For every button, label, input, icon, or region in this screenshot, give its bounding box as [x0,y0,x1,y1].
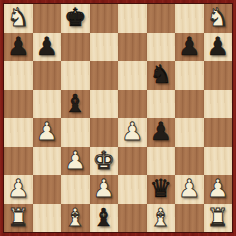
piece-white-king[interactable]: ♚ [93,147,115,176]
square-h1[interactable]: ♜ [204,204,233,233]
square-h2[interactable]: ♟ [204,175,233,204]
square-e4[interactable]: ♟ [118,118,147,147]
square-e1[interactable] [118,204,147,233]
piece-black-bishop[interactable]: ♝ [64,90,86,119]
piece-black-pawn[interactable]: ♟ [150,118,172,147]
piece-white-pawn[interactable]: ♟ [93,175,115,204]
square-f4[interactable]: ♟ [147,118,176,147]
square-c5[interactable]: ♝ [61,90,90,119]
square-a6[interactable] [4,61,33,90]
piece-white-pawn[interactable]: ♟ [121,118,143,147]
square-f8[interactable] [147,4,176,33]
square-g4[interactable] [175,118,204,147]
square-c8[interactable]: ♚ [61,4,90,33]
square-h5[interactable] [204,90,233,119]
square-a8[interactable]: ♞ [4,4,33,33]
square-c4[interactable] [61,118,90,147]
piece-white-rook[interactable]: ♜ [207,204,229,233]
piece-black-pawn[interactable]: ♟ [207,33,229,62]
square-c1[interactable]: ♝ [61,204,90,233]
piece-white-pawn[interactable]: ♟ [207,175,229,204]
piece-black-king[interactable]: ♚ [64,4,86,33]
square-b8[interactable] [33,4,62,33]
square-e3[interactable] [118,147,147,176]
square-h8[interactable]: ♞ [204,4,233,33]
square-f3[interactable] [147,147,176,176]
square-b4[interactable]: ♟ [33,118,62,147]
square-e5[interactable] [118,90,147,119]
square-f1[interactable]: ♝ [147,204,176,233]
chess-board: ♞♚♞♟♟♟♟♞♝♟♟♟♟♚♟♟♛♟♟♜♝♝♝♜ [4,4,232,232]
square-b1[interactable] [33,204,62,233]
piece-black-pawn[interactable]: ♟ [7,33,29,62]
square-d8[interactable] [90,4,119,33]
square-f5[interactable] [147,90,176,119]
square-d1[interactable]: ♝ [90,204,119,233]
piece-white-knight[interactable]: ♞ [207,4,229,33]
square-g5[interactable] [175,90,204,119]
square-e7[interactable] [118,33,147,62]
piece-white-bishop[interactable]: ♝ [150,204,172,233]
piece-white-pawn[interactable]: ♟ [178,175,200,204]
square-a4[interactable] [4,118,33,147]
square-d7[interactable] [90,33,119,62]
piece-black-knight[interactable]: ♞ [150,61,172,90]
square-g8[interactable] [175,4,204,33]
piece-black-pawn[interactable]: ♟ [178,33,200,62]
square-b7[interactable]: ♟ [33,33,62,62]
square-g2[interactable]: ♟ [175,175,204,204]
piece-black-pawn[interactable]: ♟ [36,33,58,62]
square-e6[interactable] [118,61,147,90]
board-frame: ♞♚♞♟♟♟♟♞♝♟♟♟♟♚♟♟♛♟♟♜♝♝♝♜ [0,0,236,236]
square-a7[interactable]: ♟ [4,33,33,62]
piece-white-bishop[interactable]: ♝ [64,204,86,233]
square-h6[interactable] [204,61,233,90]
piece-black-queen[interactable]: ♛ [150,175,172,204]
square-f6[interactable]: ♞ [147,61,176,90]
square-g3[interactable] [175,147,204,176]
piece-white-knight[interactable]: ♞ [7,4,29,33]
square-d5[interactable] [90,90,119,119]
square-a5[interactable] [4,90,33,119]
square-c6[interactable] [61,61,90,90]
square-d4[interactable] [90,118,119,147]
square-e8[interactable] [118,4,147,33]
square-h7[interactable]: ♟ [204,33,233,62]
piece-white-pawn[interactable]: ♟ [36,118,58,147]
square-b5[interactable] [33,90,62,119]
piece-white-pawn[interactable]: ♟ [64,147,86,176]
square-f2[interactable]: ♛ [147,175,176,204]
square-g7[interactable]: ♟ [175,33,204,62]
square-e2[interactable] [118,175,147,204]
square-b2[interactable] [33,175,62,204]
square-c3[interactable]: ♟ [61,147,90,176]
square-f7[interactable] [147,33,176,62]
square-b3[interactable] [33,147,62,176]
piece-white-rook[interactable]: ♜ [7,204,29,233]
piece-white-pawn[interactable]: ♟ [7,175,29,204]
square-d2[interactable]: ♟ [90,175,119,204]
square-c7[interactable] [61,33,90,62]
square-a2[interactable]: ♟ [4,175,33,204]
square-g6[interactable] [175,61,204,90]
square-b6[interactable] [33,61,62,90]
square-h4[interactable] [204,118,233,147]
square-d6[interactable] [90,61,119,90]
square-a1[interactable]: ♜ [4,204,33,233]
square-a3[interactable] [4,147,33,176]
piece-black-bishop[interactable]: ♝ [93,204,115,233]
square-d3[interactable]: ♚ [90,147,119,176]
square-c2[interactable] [61,175,90,204]
square-h3[interactable] [204,147,233,176]
square-g1[interactable] [175,204,204,233]
